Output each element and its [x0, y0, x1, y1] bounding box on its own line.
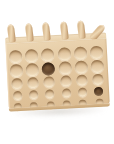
peg-board — [5, 32, 110, 111]
hole-r1c3[interactable] — [41, 48, 55, 62]
peg-1[interactable] — [7, 24, 16, 43]
hole-r4c4[interactable] — [62, 88, 71, 97]
hole-r4c3[interactable] — [45, 89, 54, 98]
hole-r1c2[interactable] — [25, 49, 39, 63]
peg-5[interactable] — [77, 20, 86, 39]
hole-r2c3-dark[interactable] — [42, 62, 56, 76]
peg-3[interactable] — [42, 22, 51, 41]
hole-r3c6[interactable] — [92, 74, 104, 86]
hole-r4c6-dark[interactable] — [94, 87, 103, 96]
hole-r2c2[interactable] — [25, 62, 39, 76]
hole-r3c5[interactable] — [76, 74, 88, 86]
board-face — [5, 38, 109, 108]
hole-r3c2[interactable] — [27, 77, 39, 89]
hole-r3c4[interactable] — [60, 75, 72, 87]
hole-r2c4[interactable] — [58, 61, 72, 75]
hole-r2c6[interactable] — [91, 59, 105, 73]
hole-r1c1[interactable] — [8, 49, 22, 63]
hole-r4c2[interactable] — [29, 90, 38, 99]
hole-r4c5[interactable] — [78, 87, 87, 96]
hole-r1c4[interactable] — [57, 47, 71, 61]
hole-r1c6[interactable] — [90, 45, 104, 59]
peg-2[interactable] — [25, 23, 34, 42]
hole-r3c3[interactable] — [44, 76, 56, 88]
hole-r2c1[interactable] — [9, 63, 23, 77]
peg-4[interactable] — [60, 21, 69, 40]
hole-r3c1[interactable] — [11, 78, 23, 90]
hole-r4c1[interactable] — [13, 91, 22, 100]
product-photo — [0, 0, 114, 144]
hole-r1c5[interactable] — [74, 46, 88, 60]
hole-grid — [7, 44, 108, 112]
hole-r2c5[interactable] — [74, 60, 88, 74]
